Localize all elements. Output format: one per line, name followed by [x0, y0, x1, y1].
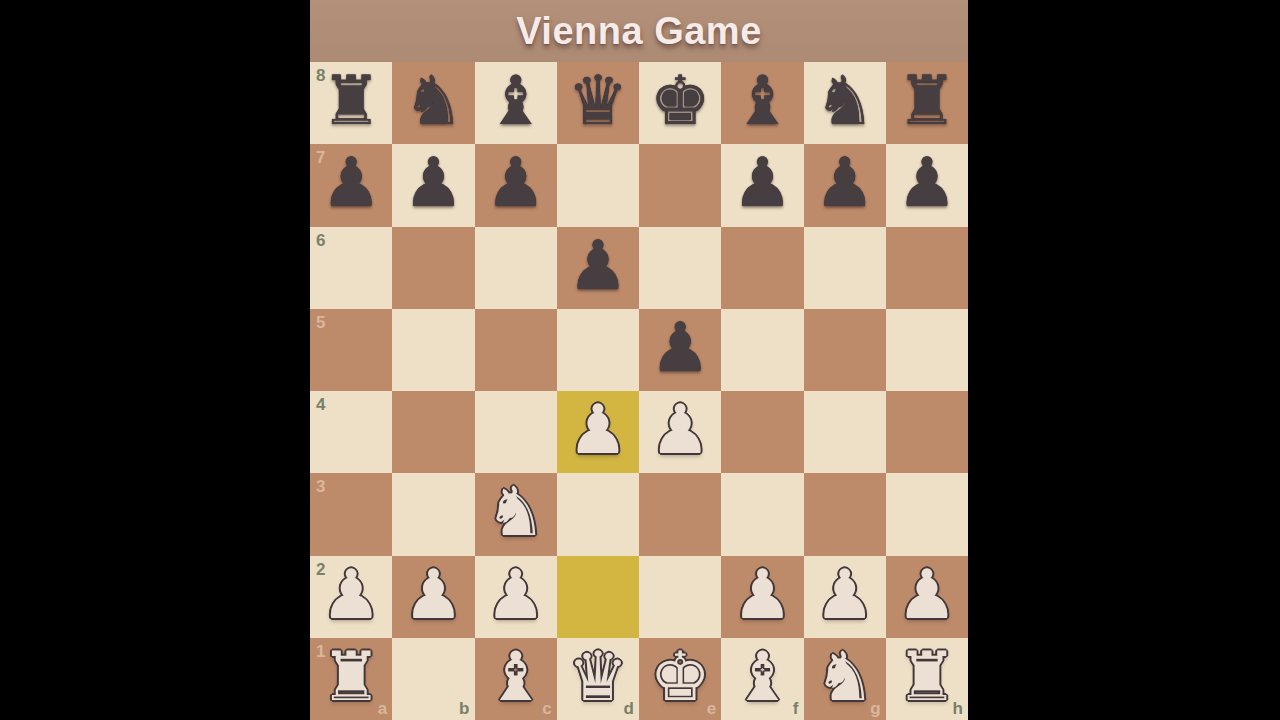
- square-b5[interactable]: [392, 309, 474, 391]
- square-f4[interactable]: [721, 391, 803, 473]
- square-e6[interactable]: [639, 227, 721, 309]
- black-pawn: ♟: [650, 307, 711, 389]
- square-b7[interactable]: ♟: [392, 144, 474, 226]
- white-pawn: ♟: [403, 554, 464, 636]
- square-d8[interactable]: ♛: [557, 62, 639, 144]
- square-a8[interactable]: 8♜: [310, 62, 392, 144]
- square-a2[interactable]: 2♟: [310, 556, 392, 638]
- square-h1[interactable]: h♜: [886, 638, 968, 720]
- square-h3[interactable]: [886, 473, 968, 555]
- video-frame: Vienna Game 8♜♞♝♛♚♝♞♜7♟♟♟♟♟♟6♟5♟4♟♟3♞2♟♟…: [0, 0, 1280, 720]
- square-e2[interactable]: [639, 556, 721, 638]
- white-pawn: ♟: [732, 554, 793, 636]
- black-pawn: ♟: [485, 142, 546, 224]
- square-h5[interactable]: [886, 309, 968, 391]
- square-g3[interactable]: [804, 473, 886, 555]
- square-g1[interactable]: g♞: [804, 638, 886, 720]
- opening-title-bar: Vienna Game: [310, 0, 968, 62]
- square-b8[interactable]: ♞: [392, 62, 474, 144]
- square-c6[interactable]: [475, 227, 557, 309]
- square-d3[interactable]: [557, 473, 639, 555]
- black-pawn: ♟: [814, 142, 875, 224]
- square-h7[interactable]: ♟: [886, 144, 968, 226]
- square-d1[interactable]: d♛: [557, 638, 639, 720]
- square-g7[interactable]: ♟: [804, 144, 886, 226]
- square-d4[interactable]: ♟: [557, 391, 639, 473]
- black-rook: ♜: [321, 60, 382, 142]
- square-b4[interactable]: [392, 391, 474, 473]
- white-knight: ♞: [485, 471, 546, 553]
- square-h2[interactable]: ♟: [886, 556, 968, 638]
- square-g8[interactable]: ♞: [804, 62, 886, 144]
- square-g5[interactable]: [804, 309, 886, 391]
- square-f1[interactable]: f♝: [721, 638, 803, 720]
- square-e4[interactable]: ♟: [639, 391, 721, 473]
- letterbox-right: [968, 0, 1280, 720]
- black-pawn: ♟: [732, 142, 793, 224]
- square-a5[interactable]: 5: [310, 309, 392, 391]
- square-h4[interactable]: [886, 391, 968, 473]
- square-f8[interactable]: ♝: [721, 62, 803, 144]
- square-a7[interactable]: 7♟: [310, 144, 392, 226]
- square-f6[interactable]: [721, 227, 803, 309]
- white-pawn: ♟: [485, 554, 546, 636]
- file-label-b: b: [459, 700, 469, 717]
- black-knight: ♞: [403, 60, 464, 142]
- white-pawn: ♟: [814, 554, 875, 636]
- square-a1[interactable]: 1a♜: [310, 638, 392, 720]
- chess-app-view: Vienna Game 8♜♞♝♛♚♝♞♜7♟♟♟♟♟♟6♟5♟4♟♟3♞2♟♟…: [310, 0, 968, 720]
- black-pawn: ♟: [321, 142, 382, 224]
- square-b6[interactable]: [392, 227, 474, 309]
- square-c5[interactable]: [475, 309, 557, 391]
- white-pawn: ♟: [650, 389, 711, 471]
- square-e1[interactable]: e♚: [639, 638, 721, 720]
- white-pawn: ♟: [321, 554, 382, 636]
- square-d6[interactable]: ♟: [557, 227, 639, 309]
- square-c3[interactable]: ♞: [475, 473, 557, 555]
- white-knight: ♞: [814, 636, 875, 718]
- square-d2[interactable]: [557, 556, 639, 638]
- square-h6[interactable]: [886, 227, 968, 309]
- rank-label-4: 4: [316, 396, 325, 413]
- black-king: ♚: [650, 60, 711, 142]
- white-bishop: ♝: [732, 636, 793, 718]
- square-c8[interactable]: ♝: [475, 62, 557, 144]
- square-c1[interactable]: c♝: [475, 638, 557, 720]
- opening-title: Vienna Game: [516, 10, 762, 53]
- square-g2[interactable]: ♟: [804, 556, 886, 638]
- square-g6[interactable]: [804, 227, 886, 309]
- square-c4[interactable]: [475, 391, 557, 473]
- file-label-f: f: [793, 700, 799, 717]
- square-c2[interactable]: ♟: [475, 556, 557, 638]
- square-b3[interactable]: [392, 473, 474, 555]
- square-a4[interactable]: 4: [310, 391, 392, 473]
- white-rook: ♜: [321, 636, 382, 718]
- white-bishop: ♝: [485, 636, 546, 718]
- square-f5[interactable]: [721, 309, 803, 391]
- square-e3[interactable]: [639, 473, 721, 555]
- square-e7[interactable]: [639, 144, 721, 226]
- white-queen: ♛: [567, 636, 628, 718]
- black-pawn: ♟: [896, 142, 957, 224]
- black-knight: ♞: [814, 60, 875, 142]
- black-pawn: ♟: [403, 142, 464, 224]
- square-d5[interactable]: [557, 309, 639, 391]
- square-a3[interactable]: 3: [310, 473, 392, 555]
- rank-label-6: 6: [316, 232, 325, 249]
- rank-label-5: 5: [316, 314, 325, 331]
- square-b2[interactable]: ♟: [392, 556, 474, 638]
- chess-board: 8♜♞♝♛♚♝♞♜7♟♟♟♟♟♟6♟5♟4♟♟3♞2♟♟♟♟♟♟1a♜bc♝d♛…: [310, 62, 968, 720]
- square-d7[interactable]: [557, 144, 639, 226]
- square-c7[interactable]: ♟: [475, 144, 557, 226]
- black-bishop: ♝: [485, 60, 546, 142]
- white-pawn: ♟: [896, 554, 957, 636]
- rank-label-3: 3: [316, 478, 325, 495]
- square-g4[interactable]: [804, 391, 886, 473]
- square-b1[interactable]: b: [392, 638, 474, 720]
- white-king: ♚: [650, 636, 711, 718]
- square-a6[interactable]: 6: [310, 227, 392, 309]
- black-rook: ♜: [896, 60, 957, 142]
- square-e5[interactable]: ♟: [639, 309, 721, 391]
- white-pawn: ♟: [567, 389, 628, 471]
- white-rook: ♜: [896, 636, 957, 718]
- square-f7[interactable]: ♟: [721, 144, 803, 226]
- letterbox-left: [0, 0, 310, 720]
- square-e8[interactable]: ♚: [639, 62, 721, 144]
- square-f3[interactable]: [721, 473, 803, 555]
- black-queen: ♛: [567, 60, 628, 142]
- black-bishop: ♝: [732, 60, 793, 142]
- black-pawn: ♟: [567, 225, 628, 307]
- square-f2[interactable]: ♟: [721, 556, 803, 638]
- square-h8[interactable]: ♜: [886, 62, 968, 144]
